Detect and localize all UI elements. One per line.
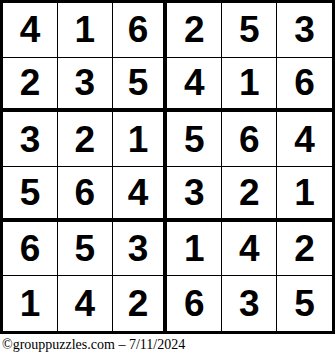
cell-r1c5: 5	[222, 3, 277, 58]
cell-r6c1: 1	[3, 276, 58, 331]
cell-r3c2: 2	[58, 112, 113, 167]
cell-r1c2: 1	[58, 3, 113, 58]
copyright-credit: ©grouppuzzles.com – 7/11/2024	[2, 337, 185, 353]
cell-r4c2: 6	[58, 167, 113, 222]
cell-r3c1: 3	[3, 112, 58, 167]
sudoku-board: 416253235416321564564321653142142635	[0, 0, 335, 334]
cell-r5c6: 2	[277, 222, 332, 277]
cell-r6c4: 6	[167, 276, 222, 331]
cell-r5c2: 5	[58, 222, 113, 277]
cell-r3c5: 6	[222, 112, 277, 167]
cell-r5c1: 6	[3, 222, 58, 277]
cell-r6c2: 4	[58, 276, 113, 331]
cell-r1c3: 6	[113, 3, 168, 58]
cell-r3c3: 1	[113, 112, 168, 167]
cell-r4c4: 3	[167, 167, 222, 222]
cell-r4c3: 4	[113, 167, 168, 222]
cell-r5c4: 1	[167, 222, 222, 277]
cell-r2c6: 6	[277, 58, 332, 113]
cell-r3c6: 4	[277, 112, 332, 167]
cell-r5c3: 3	[113, 222, 168, 277]
cell-r5c5: 4	[222, 222, 277, 277]
cell-r3c4: 5	[167, 112, 222, 167]
cell-r4c5: 2	[222, 167, 277, 222]
cell-r2c4: 4	[167, 58, 222, 113]
cell-r1c1: 4	[3, 3, 58, 58]
cell-r1c6: 3	[277, 3, 332, 58]
cell-r4c1: 5	[3, 167, 58, 222]
cell-r6c6: 5	[277, 276, 332, 331]
cell-r6c3: 2	[113, 276, 168, 331]
cell-r6c5: 3	[222, 276, 277, 331]
cell-r2c5: 1	[222, 58, 277, 113]
cell-r4c6: 1	[277, 167, 332, 222]
cell-r2c1: 2	[3, 58, 58, 113]
cell-r2c2: 3	[58, 58, 113, 113]
cell-r2c3: 5	[113, 58, 168, 113]
cell-r1c4: 2	[167, 3, 222, 58]
